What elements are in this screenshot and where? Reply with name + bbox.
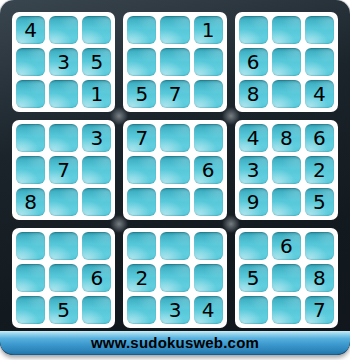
- cell-r1c3[interactable]: [82, 16, 111, 44]
- cell-r4c9[interactable]: 6: [305, 124, 334, 152]
- cell-r4c7[interactable]: 4: [239, 124, 268, 152]
- cell-r8c8[interactable]: [272, 264, 301, 292]
- sudoku-box-6: 4863295: [235, 120, 338, 220]
- cell-r7c2[interactable]: [49, 232, 78, 260]
- cell-r4c1[interactable]: [16, 124, 45, 152]
- cell-r4c5[interactable]: [160, 124, 189, 152]
- cell-r9c9[interactable]: 7: [305, 296, 334, 324]
- cell-r1c9[interactable]: [305, 16, 334, 44]
- cell-r4c8[interactable]: 8: [272, 124, 301, 152]
- cell-r7c4[interactable]: [127, 232, 156, 260]
- cell-r5c1[interactable]: [16, 156, 45, 184]
- cell-r3c9[interactable]: 4: [305, 80, 334, 108]
- cell-r7c3[interactable]: [82, 232, 111, 260]
- cell-r9c2[interactable]: 5: [49, 296, 78, 324]
- cell-r1c5[interactable]: [160, 16, 189, 44]
- cell-r4c6[interactable]: [194, 124, 223, 152]
- cell-r8c4[interactable]: 2: [127, 264, 156, 292]
- sudoku-box-8: 234: [123, 228, 226, 328]
- cell-r2c9[interactable]: [305, 48, 334, 76]
- cell-r5c3[interactable]: [82, 156, 111, 184]
- cell-r1c7[interactable]: [239, 16, 268, 44]
- sudoku-box-4: 378: [12, 120, 115, 220]
- cell-r5c7[interactable]: 3: [239, 156, 268, 184]
- sudoku-box-5: 76: [123, 120, 226, 220]
- sudoku-grid: 4351157684378764863295652346587: [12, 12, 338, 328]
- cell-r9c7[interactable]: [239, 296, 268, 324]
- cell-r3c6[interactable]: [194, 80, 223, 108]
- cell-r3c8[interactable]: [272, 80, 301, 108]
- cell-r8c2[interactable]: [49, 264, 78, 292]
- cell-r6c8[interactable]: [272, 188, 301, 216]
- cell-r2c6[interactable]: [194, 48, 223, 76]
- cell-r5c5[interactable]: [160, 156, 189, 184]
- cell-r7c8[interactable]: 6: [272, 232, 301, 260]
- cell-r8c5[interactable]: [160, 264, 189, 292]
- cell-r6c9[interactable]: 5: [305, 188, 334, 216]
- cell-r7c6[interactable]: [194, 232, 223, 260]
- site-link[interactable]: www.sudokusweb.com: [91, 334, 259, 351]
- cell-r7c5[interactable]: [160, 232, 189, 260]
- sudoku-box-1: 4351: [12, 12, 115, 112]
- cell-r9c3[interactable]: [82, 296, 111, 324]
- cell-r5c9[interactable]: 2: [305, 156, 334, 184]
- cell-r6c1[interactable]: 8: [16, 188, 45, 216]
- sudoku-box-3: 684: [235, 12, 338, 112]
- cell-r9c1[interactable]: [16, 296, 45, 324]
- cell-r3c1[interactable]: [16, 80, 45, 108]
- cell-r2c5[interactable]: [160, 48, 189, 76]
- sudoku-box-7: 65: [12, 228, 115, 328]
- sudoku-page: 4351157684378764863295652346587 www.sudo…: [0, 0, 350, 360]
- cell-r6c3[interactable]: [82, 188, 111, 216]
- cell-r9c4[interactable]: [127, 296, 156, 324]
- cell-r9c6[interactable]: 4: [194, 296, 223, 324]
- cell-r1c8[interactable]: [272, 16, 301, 44]
- sudoku-board: 4351157684378764863295652346587 www.sudo…: [0, 0, 350, 355]
- cell-r2c8[interactable]: [272, 48, 301, 76]
- cell-r3c7[interactable]: 8: [239, 80, 268, 108]
- cell-r2c4[interactable]: [127, 48, 156, 76]
- cell-r5c2[interactable]: 7: [49, 156, 78, 184]
- cell-r4c2[interactable]: [49, 124, 78, 152]
- cell-r1c1[interactable]: 4: [16, 16, 45, 44]
- cell-r7c9[interactable]: [305, 232, 334, 260]
- cell-r4c3[interactable]: 3: [82, 124, 111, 152]
- cell-r6c5[interactable]: [160, 188, 189, 216]
- cell-r7c7[interactable]: [239, 232, 268, 260]
- sudoku-box-2: 157: [123, 12, 226, 112]
- cell-r3c5[interactable]: 7: [160, 80, 189, 108]
- cell-r2c3[interactable]: 5: [82, 48, 111, 76]
- cell-r7c1[interactable]: [16, 232, 45, 260]
- cell-r4c4[interactable]: 7: [127, 124, 156, 152]
- cell-r2c2[interactable]: 3: [49, 48, 78, 76]
- cell-r5c6[interactable]: 6: [194, 156, 223, 184]
- cell-r6c7[interactable]: 9: [239, 188, 268, 216]
- cell-r5c8[interactable]: [272, 156, 301, 184]
- cell-r8c6[interactable]: [194, 264, 223, 292]
- cell-r2c7[interactable]: 6: [239, 48, 268, 76]
- cell-r3c3[interactable]: 1: [82, 80, 111, 108]
- cell-r8c7[interactable]: 5: [239, 264, 268, 292]
- cell-r6c2[interactable]: [49, 188, 78, 216]
- cell-r8c1[interactable]: [16, 264, 45, 292]
- cell-r6c6[interactable]: [194, 188, 223, 216]
- cell-r3c4[interactable]: 5: [127, 80, 156, 108]
- footer-band: www.sudokusweb.com: [0, 331, 350, 355]
- cell-r1c2[interactable]: [49, 16, 78, 44]
- cell-r3c2[interactable]: [49, 80, 78, 108]
- cell-r9c5[interactable]: 3: [160, 296, 189, 324]
- cell-r8c3[interactable]: 6: [82, 264, 111, 292]
- cell-r6c4[interactable]: [127, 188, 156, 216]
- cell-r2c1[interactable]: [16, 48, 45, 76]
- cell-r9c8[interactable]: [272, 296, 301, 324]
- cell-r1c4[interactable]: [127, 16, 156, 44]
- cell-r8c9[interactable]: 8: [305, 264, 334, 292]
- cell-r5c4[interactable]: [127, 156, 156, 184]
- sudoku-box-9: 6587: [235, 228, 338, 328]
- cell-r1c6[interactable]: 1: [194, 16, 223, 44]
